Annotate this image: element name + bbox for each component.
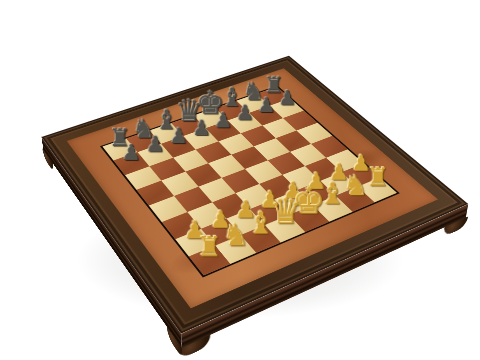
bun-foot-near-corner — [179, 335, 211, 360]
bun-foot-left-corner — [42, 148, 54, 173]
chess-set-photo: ♜♞♝♛♚♝♞♜♟♟♟♟♟♟♟♟♟♟♟♟♟♟♟♟♜♞♝♛♚♝♞♜ — [0, 0, 480, 360]
chess-board: ♜♞♝♛♚♝♞♜♟♟♟♟♟♟♟♟♟♟♟♟♟♟♟♟♜♞♝♛♚♝♞♜ — [41, 56, 468, 334]
board-face: ♜♞♝♛♚♝♞♜♟♟♟♟♟♟♟♟♟♟♟♟♟♟♟♟♜♞♝♛♚♝♞♜ — [41, 56, 468, 334]
square-g3 — [304, 158, 341, 181]
square-e4 — [245, 160, 282, 183]
perspective-wrapper: ♜♞♝♛♚♝♞♜♟♟♟♟♟♟♟♟♟♟♟♟♟♟♟♟♜♞♝♛♚♝♞♜ — [0, 0, 480, 360]
bun-foot-right-corner — [443, 216, 468, 237]
